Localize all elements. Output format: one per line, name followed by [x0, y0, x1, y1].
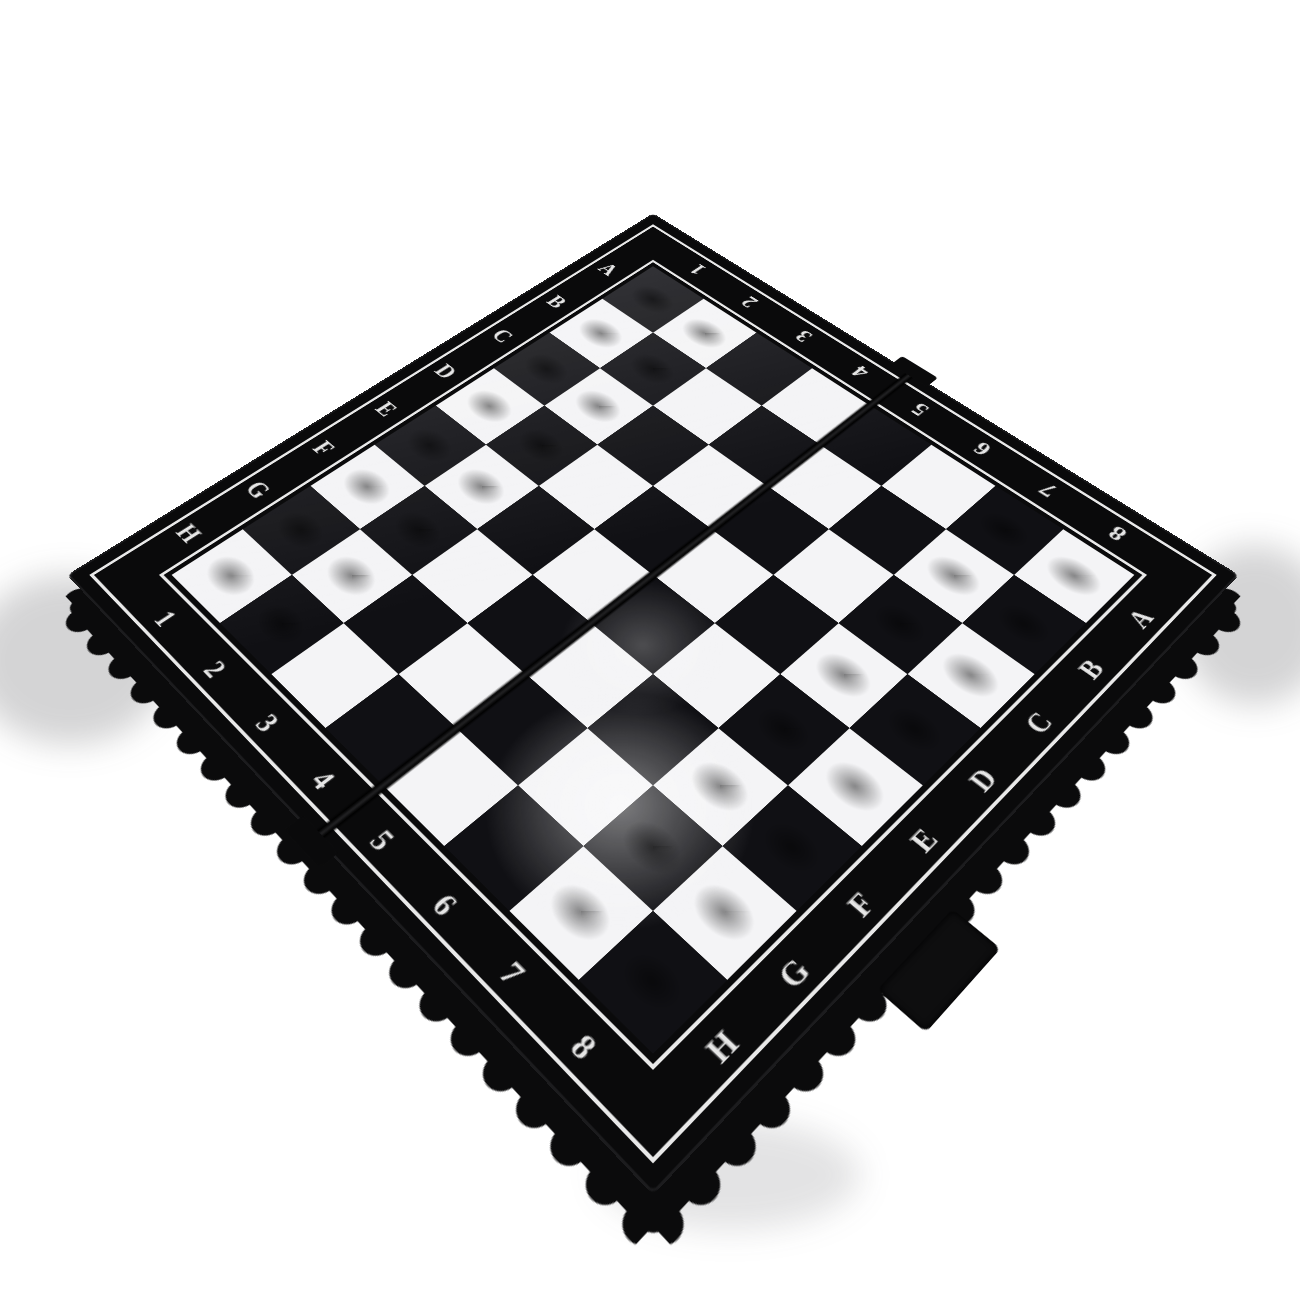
chess-piece-glyph: ♟ [759, 677, 809, 733]
coord-bottom-4: 4 [294, 756, 351, 805]
coord-bottom-6: 6 [415, 877, 475, 933]
coord-top-2: 2 [728, 288, 771, 316]
coord-top-4: 4 [838, 356, 883, 387]
chess-piece-glyph: ♜ [618, 908, 687, 985]
coord-bottom-1: 1 [139, 598, 191, 640]
chess-piece-glyph: ♟ [396, 484, 441, 534]
coord-right-H: H [690, 1015, 754, 1079]
coord-top-1: 1 [677, 256, 719, 283]
hinge-tab-far [891, 356, 938, 387]
coord-bottom-2: 2 [188, 648, 241, 692]
chess-piece-glyph: ♟ [329, 528, 375, 580]
chess-piece-glyph: ♜ [629, 250, 676, 303]
chess-piece-glyph: ♞ [272, 468, 331, 533]
coord-bottom-8: 8 [551, 1015, 615, 1079]
coord-top-5: 5 [897, 393, 943, 425]
coord-right-F: F [831, 877, 891, 933]
coord-top-3: 3 [782, 321, 826, 350]
chess-piece-glyph: ♛ [399, 378, 462, 448]
chess-piece-glyph: ♝ [337, 422, 398, 490]
chess-piece-glyph: ♟ [685, 292, 725, 336]
coord-right-B: B [1065, 648, 1118, 692]
folding-chess-case: 1234567812345678ABCDEFGHABCDEFGH♜♞♟♝♟♚♟♛… [70, 215, 1236, 1191]
chess-piece-glyph: ♟ [554, 855, 609, 916]
coord-bottom-7: 7 [481, 944, 543, 1004]
chess-piece-glyph: ♟ [626, 792, 679, 852]
chess-piece-glyph: ♟ [258, 575, 305, 628]
chess-piece-glyph: ♜ [204, 517, 260, 580]
product-photo-page: 1234567812345678ABCDEFGHABCDEFGH♜♞♟♝♟♚♟♛… [0, 0, 1300, 1299]
chess-piece-glyph: ♟ [982, 484, 1027, 534]
coord-right-E: E [895, 815, 953, 868]
chess-piece-glyph: ♟ [520, 401, 563, 449]
coord-right-C: C [1011, 700, 1066, 747]
chess-piece-glyph: ♟ [578, 363, 620, 409]
chess-piece-glyph: ♟ [460, 441, 504, 490]
chess-piece-glyph: ♝ [519, 309, 576, 372]
coord-right-A: A [1115, 598, 1167, 640]
coord-bottom-3: 3 [240, 700, 295, 747]
chess-piece-glyph: ♟ [877, 575, 924, 628]
board-face: 1234567812345678ABCDEFGHABCDEFGH♜♞♟♝♟♚♟♛… [70, 215, 1236, 1191]
chess-piece-glyph: ♟ [931, 528, 977, 580]
chess-piece-glyph: ♟ [819, 624, 868, 678]
coord-top-6: 6 [959, 432, 1006, 466]
chess-piece-glyph: ♟ [695, 733, 747, 791]
chess-piece-glyph: ♞ [689, 836, 761, 916]
coord-right-G: G [763, 944, 825, 1004]
chess-piece-glyph: ♞ [575, 279, 627, 337]
scene: 1234567812345678ABCDEFGHABCDEFGH♜♞♟♝♟♚♟♛… [0, 0, 1300, 1299]
coord-bottom-5: 5 [353, 815, 411, 868]
chess-piece-glyph: ♚ [457, 335, 524, 410]
chess-piece-glyph: ♟ [633, 327, 674, 372]
square-e3 [477, 486, 594, 575]
coord-top-7: 7 [1024, 472, 1072, 508]
coord-right-D: D [955, 756, 1012, 805]
chess-piece-glyph: ♝ [755, 769, 829, 852]
